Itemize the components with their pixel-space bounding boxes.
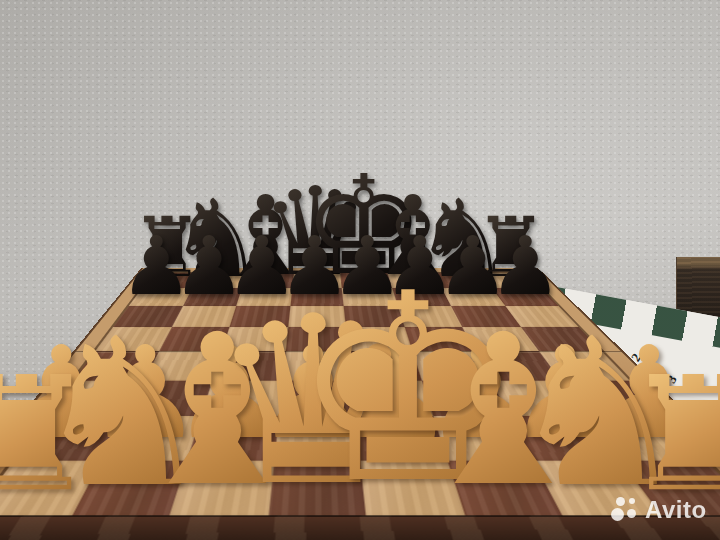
square-c2 [187,416,278,460]
avito-watermark: Avito [610,496,707,524]
panel-number-3: 3 [664,372,681,386]
square-e2 [355,416,446,460]
square-c3 [201,380,282,416]
square-d8 [292,273,342,288]
watermark-label: Avito [645,496,707,524]
square-a8 [142,273,200,288]
square-b6 [172,306,237,327]
square-f8 [387,273,442,288]
square-e5 [346,327,412,351]
square-e7 [342,288,398,306]
square-c1 [169,460,273,517]
square-d5 [285,327,348,351]
square-e4 [348,351,421,380]
square-h8 [480,273,541,288]
board-fold-seam [75,351,623,353]
square-e6 [344,306,404,327]
square-b7 [183,288,242,306]
square-b8 [192,273,247,288]
avito-logo-icon [610,496,640,524]
square-d4 [282,351,351,380]
square-d3 [278,380,355,416]
square-c6 [230,306,290,327]
square-c8 [242,273,294,288]
square-b5 [159,327,230,351]
square-e8 [340,273,392,288]
square-c4 [213,351,286,380]
square-c5 [222,327,288,351]
square-d2 [274,416,360,460]
square-d6 [288,306,346,327]
square-f5 [404,327,475,351]
square-d7 [290,288,344,306]
square-e3 [352,380,433,416]
square-c7 [236,288,292,306]
square-d1 [268,460,366,517]
green-square [700,402,720,426]
